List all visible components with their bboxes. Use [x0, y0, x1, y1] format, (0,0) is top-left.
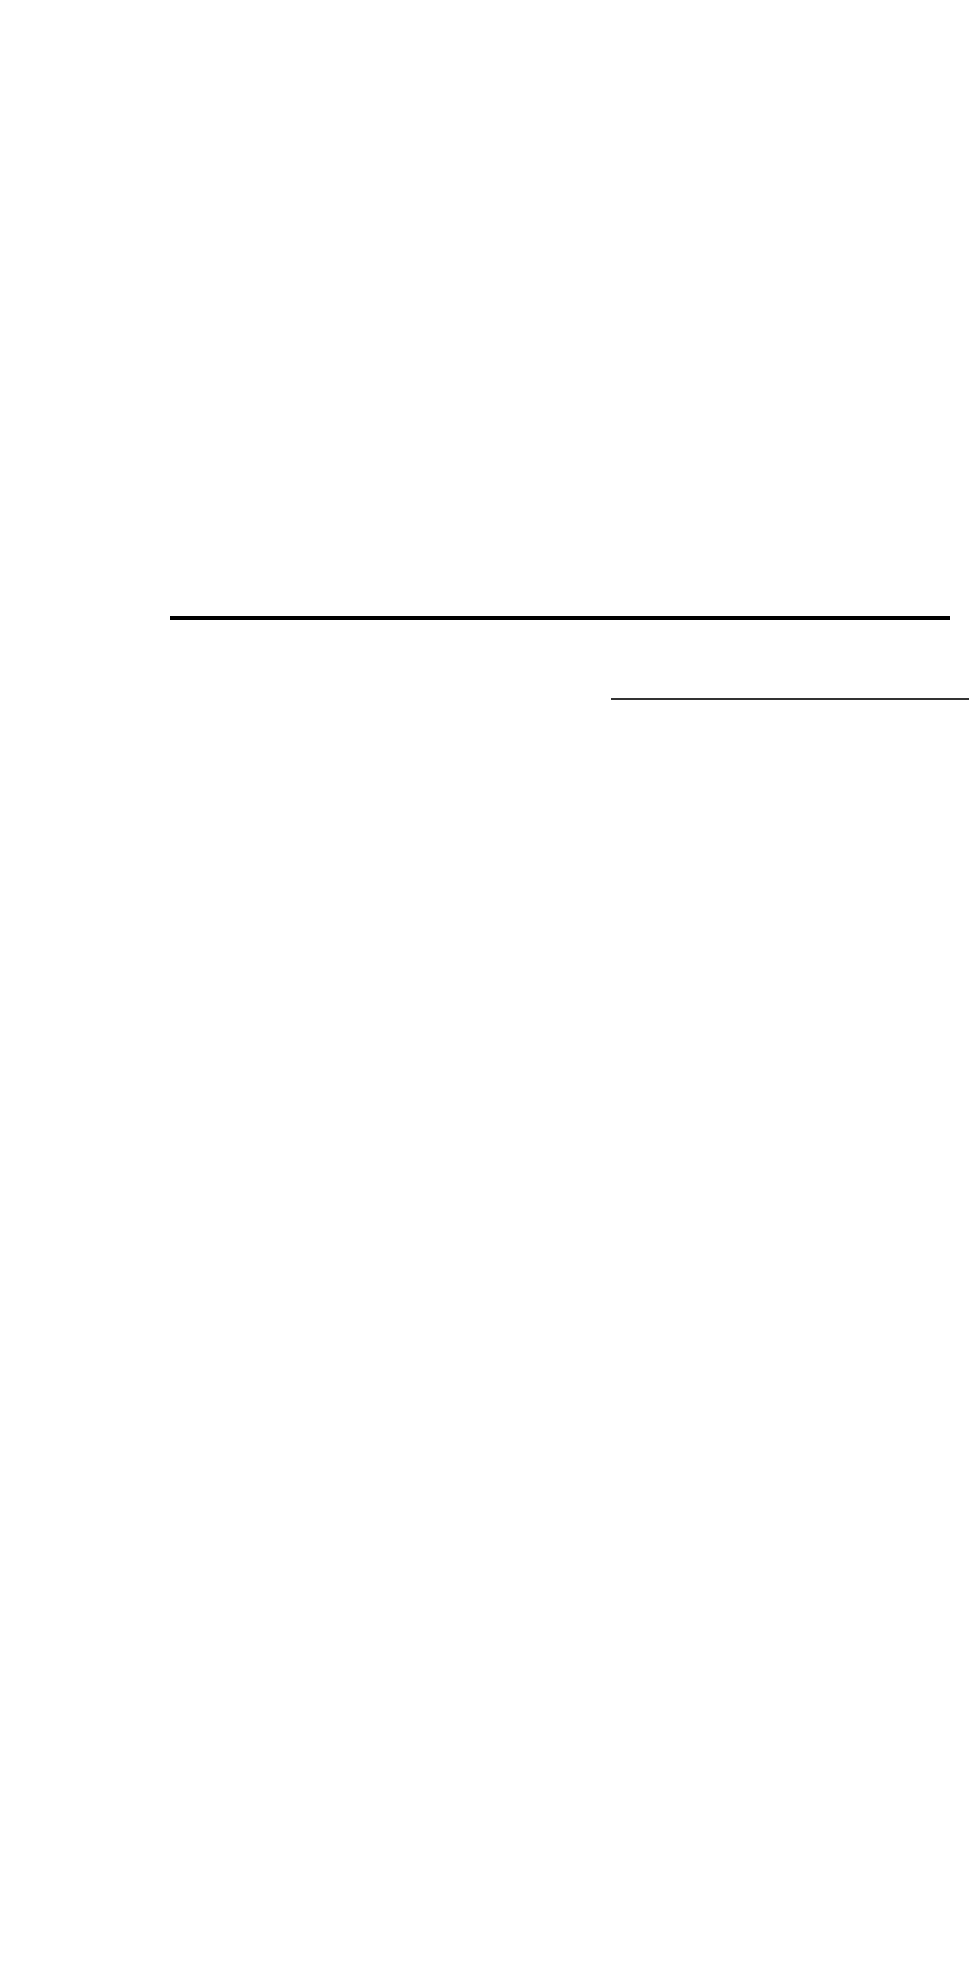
answer-grid	[611, 698, 969, 700]
page	[0, 0, 976, 1973]
release-date	[0, 0, 976, 10]
content-area	[0, 14, 976, 708]
answer-section	[610, 698, 970, 700]
right-area	[152, 28, 972, 708]
crossword-grid[interactable]	[170, 616, 950, 620]
clue-columns-2-6	[152, 28, 972, 606]
footer-line	[172, 636, 952, 654]
clue-column-1	[8, 28, 148, 37]
